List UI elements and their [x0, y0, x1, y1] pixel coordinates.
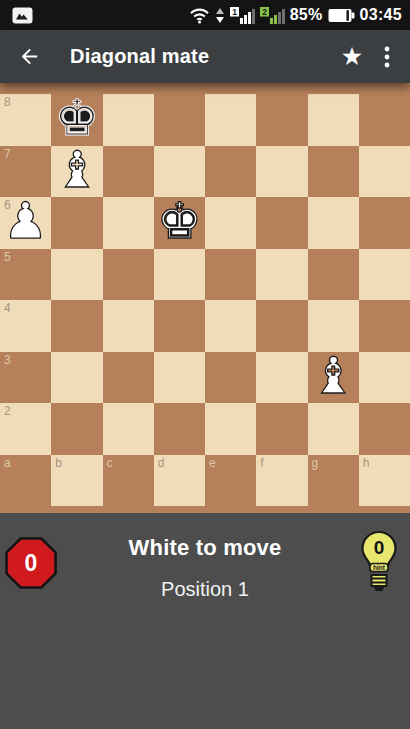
square-d1[interactable]: d — [154, 455, 205, 507]
coord-label-6: 6 — [4, 199, 11, 211]
square-a5[interactable]: 5 — [0, 249, 51, 301]
square-g6[interactable] — [308, 197, 359, 249]
square-f7[interactable] — [256, 146, 307, 198]
square-a2[interactable]: 2 — [0, 403, 51, 455]
square-d4[interactable] — [154, 300, 205, 352]
square-g4[interactable] — [308, 300, 359, 352]
coord-label-a: a — [4, 457, 11, 469]
piece-white-bishop[interactable]: ♝ — [311, 351, 356, 404]
square-a1[interactable]: a — [0, 455, 51, 507]
square-g3[interactable]: ♝ — [308, 352, 359, 404]
square-b2[interactable] — [51, 403, 102, 455]
coord-label-2: 2 — [4, 405, 11, 417]
data-arrows-icon — [215, 7, 225, 24]
chess-board: 8♚7♝6♟♚543♝2abcdefgh — [0, 94, 410, 506]
square-c2[interactable] — [103, 403, 154, 455]
square-f6[interactable] — [256, 197, 307, 249]
coord-label-g: g — [312, 457, 319, 469]
page-title: Diagonal mate — [70, 45, 209, 68]
mistakes-counter: 0 — [5, 537, 57, 593]
square-e3[interactable] — [205, 352, 256, 404]
coord-label-b: b — [55, 457, 62, 469]
square-g1[interactable]: g — [308, 455, 359, 507]
square-c1[interactable]: c — [103, 455, 154, 507]
coord-label-h: h — [363, 457, 370, 469]
clock: 03:45 — [360, 6, 402, 24]
signal-sim1-icon: 1 — [230, 7, 255, 24]
square-d5[interactable] — [154, 249, 205, 301]
square-d6[interactable]: ♚ — [154, 197, 205, 249]
square-b4[interactable] — [51, 300, 102, 352]
back-button[interactable] — [16, 37, 42, 77]
square-h6[interactable] — [359, 197, 410, 249]
square-f8[interactable] — [256, 94, 307, 146]
svg-text:2: 2 — [262, 7, 267, 17]
star-icon: ★ — [341, 44, 363, 69]
app-screen: 1 2 85% 03:45 — [0, 0, 410, 729]
hint-label: hint — [373, 564, 386, 571]
coord-label-f: f — [260, 457, 263, 469]
square-c7[interactable] — [103, 146, 154, 198]
square-e4[interactable] — [205, 300, 256, 352]
piece-white-bishop[interactable]: ♝ — [54, 145, 99, 198]
square-h3[interactable] — [359, 352, 410, 404]
coord-label-8: 8 — [4, 96, 11, 108]
square-f5[interactable] — [256, 249, 307, 301]
side-to-move-label: White to move — [129, 535, 282, 561]
square-a8[interactable]: 8 — [0, 94, 51, 146]
square-c3[interactable] — [103, 352, 154, 404]
piece-black-king[interactable]: ♚ — [54, 93, 99, 146]
square-h8[interactable] — [359, 94, 410, 146]
hint-button[interactable]: 0 hint — [356, 530, 402, 606]
favorite-button[interactable]: ★ — [332, 37, 372, 77]
coord-label-4: 4 — [4, 302, 11, 314]
battery-icon — [328, 8, 355, 23]
square-c5[interactable] — [103, 249, 154, 301]
screenshot-thumbnail-icon — [12, 7, 33, 24]
square-e7[interactable] — [205, 146, 256, 198]
square-a7[interactable]: 7 — [0, 146, 51, 198]
lightbulb-icon: 0 hint — [356, 530, 402, 602]
piece-white-king[interactable]: ♚ — [157, 196, 202, 249]
square-c6[interactable] — [103, 197, 154, 249]
overflow-menu-button[interactable] — [372, 37, 402, 77]
square-d8[interactable] — [154, 94, 205, 146]
position-number-label: Position 1 — [161, 578, 249, 601]
square-c8[interactable] — [103, 94, 154, 146]
square-a4[interactable]: 4 — [0, 300, 51, 352]
square-a6[interactable]: 6♟ — [0, 197, 51, 249]
back-arrow-icon — [18, 45, 41, 68]
square-e1[interactable]: e — [205, 455, 256, 507]
square-g2[interactable] — [308, 403, 359, 455]
overflow-menu-icon — [384, 45, 390, 69]
square-d2[interactable] — [154, 403, 205, 455]
square-g5[interactable] — [308, 249, 359, 301]
square-b7[interactable]: ♝ — [51, 146, 102, 198]
square-b5[interactable] — [51, 249, 102, 301]
square-c4[interactable] — [103, 300, 154, 352]
square-e2[interactable] — [205, 403, 256, 455]
square-g8[interactable] — [308, 94, 359, 146]
square-e6[interactable] — [205, 197, 256, 249]
wifi-icon — [189, 7, 210, 24]
square-f2[interactable] — [256, 403, 307, 455]
square-d3[interactable] — [154, 352, 205, 404]
app-bar: Diagonal mate ★ — [0, 30, 410, 83]
square-f3[interactable] — [256, 352, 307, 404]
hint-count: 0 — [374, 537, 385, 558]
mistakes-count: 0 — [25, 550, 38, 576]
square-e8[interactable] — [205, 94, 256, 146]
coord-label-5: 5 — [4, 251, 11, 263]
coord-label-3: 3 — [4, 354, 11, 366]
status-bar: 1 2 85% 03:45 — [0, 0, 410, 30]
board-frame: 8♚7♝6♟♚543♝2abcdefgh — [0, 83, 410, 513]
square-b3[interactable] — [51, 352, 102, 404]
square-b6[interactable] — [51, 197, 102, 249]
coord-label-d: d — [158, 457, 165, 469]
square-h2[interactable] — [359, 403, 410, 455]
square-b8[interactable]: ♚ — [51, 94, 102, 146]
square-d7[interactable] — [154, 146, 205, 198]
puzzle-status-panel: 0 White to move Position 1 0 hint — [0, 513, 410, 729]
square-h7[interactable] — [359, 146, 410, 198]
square-h5[interactable] — [359, 249, 410, 301]
square-e5[interactable] — [205, 249, 256, 301]
square-f4[interactable] — [256, 300, 307, 352]
signal-sim2-icon: 2 — [260, 7, 285, 24]
square-g7[interactable] — [308, 146, 359, 198]
square-f1[interactable]: f — [256, 455, 307, 507]
coord-label-c: c — [107, 457, 113, 469]
svg-text:1: 1 — [232, 7, 237, 17]
square-a3[interactable]: 3 — [0, 352, 51, 404]
stop-sign-icon: 0 — [5, 537, 57, 589]
battery-percent: 85% — [290, 6, 323, 24]
square-h4[interactable] — [359, 300, 410, 352]
coord-label-e: e — [209, 457, 216, 469]
coord-label-7: 7 — [4, 148, 11, 160]
square-b1[interactable]: b — [51, 455, 102, 507]
square-h1[interactable]: h — [359, 455, 410, 507]
